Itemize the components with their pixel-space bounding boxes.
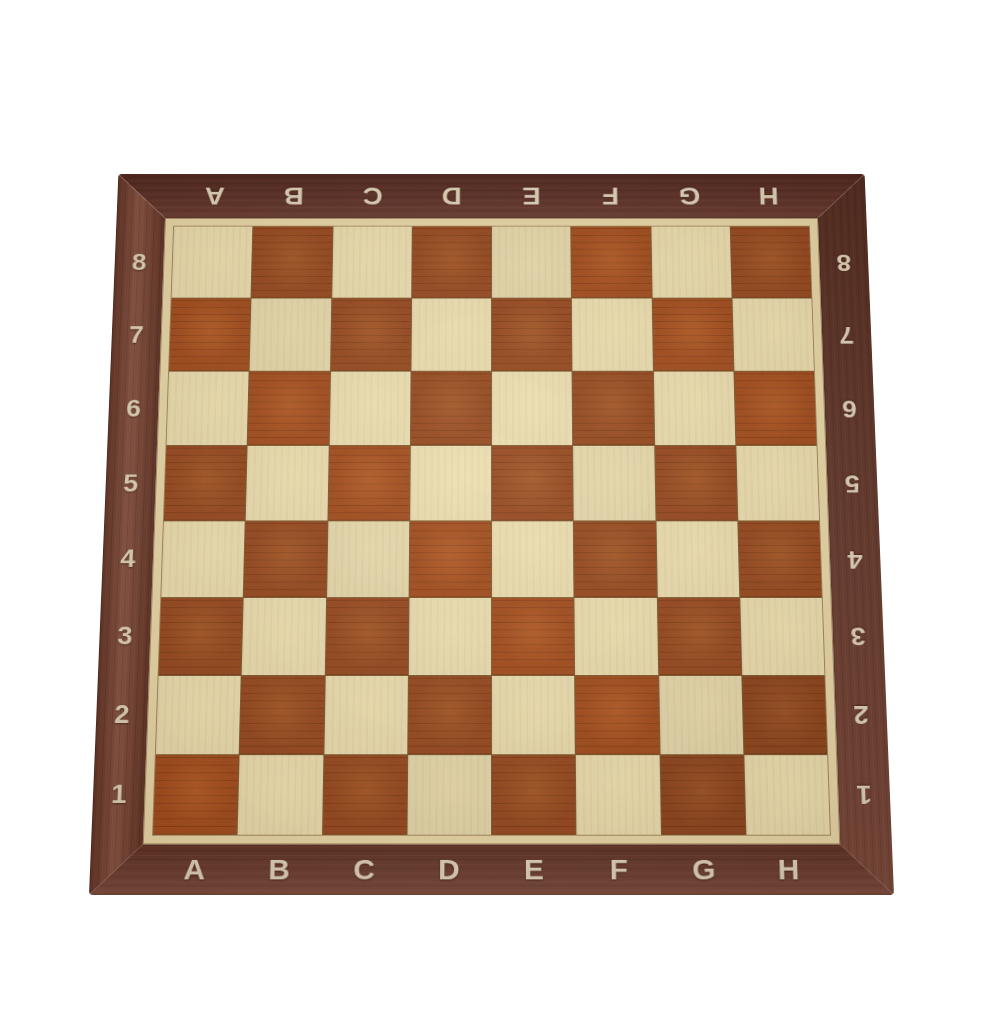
- rank-label-4: 4: [101, 521, 154, 598]
- square-h7[interactable]: [732, 299, 814, 371]
- file-label-g: G: [649, 174, 729, 218]
- photo-background: ABCDEFGH ABCDEFGH 87654321 87654321: [0, 0, 983, 1024]
- square-h8[interactable]: [730, 227, 811, 298]
- square-c2[interactable]: [324, 676, 408, 754]
- file-label-h: H: [746, 844, 832, 895]
- square-a8[interactable]: [172, 227, 253, 298]
- chess-board: ABCDEFGH ABCDEFGH 87654321 87654321: [89, 174, 894, 895]
- square-d4[interactable]: [409, 521, 491, 597]
- square-g2[interactable]: [659, 676, 743, 754]
- square-e6[interactable]: [492, 372, 572, 445]
- rank-label-7: 7: [821, 298, 873, 371]
- file-label-g: G: [661, 844, 747, 895]
- square-d6[interactable]: [411, 372, 491, 445]
- file-label-a: A: [174, 174, 254, 218]
- file-label-e: E: [492, 174, 571, 218]
- square-g5[interactable]: [655, 446, 737, 521]
- square-h5[interactable]: [736, 446, 819, 521]
- square-d8[interactable]: [412, 227, 491, 298]
- file-label-a: A: [151, 844, 237, 895]
- file-label-f: F: [576, 844, 662, 895]
- rank-label-8: 8: [818, 227, 869, 299]
- square-b5[interactable]: [246, 446, 328, 521]
- square-d1[interactable]: [407, 755, 491, 835]
- square-c7[interactable]: [331, 299, 411, 371]
- square-g4[interactable]: [656, 521, 739, 597]
- board-frame-top: ABCDEFGH: [117, 174, 867, 218]
- square-h1[interactable]: [744, 755, 830, 835]
- rank-label-3: 3: [98, 597, 152, 675]
- square-e7[interactable]: [492, 299, 572, 371]
- file-label-f: F: [570, 174, 650, 218]
- square-f1[interactable]: [576, 755, 660, 835]
- square-d5[interactable]: [410, 446, 491, 521]
- square-b6[interactable]: [248, 372, 330, 445]
- file-label-h: H: [728, 174, 808, 218]
- square-f4[interactable]: [574, 521, 656, 597]
- square-f2[interactable]: [575, 676, 659, 754]
- square-e2[interactable]: [492, 676, 575, 754]
- square-c8[interactable]: [332, 227, 412, 298]
- square-g6[interactable]: [653, 372, 735, 445]
- board-frame-bottom: ABCDEFGH: [89, 844, 894, 895]
- file-label-b: B: [254, 174, 334, 218]
- square-d3[interactable]: [409, 598, 491, 675]
- rank-label-2: 2: [95, 675, 149, 754]
- square-a1[interactable]: [153, 755, 239, 835]
- file-label-e: E: [492, 844, 577, 895]
- square-g3[interactable]: [657, 598, 741, 675]
- square-a6[interactable]: [167, 372, 249, 445]
- square-e1[interactable]: [492, 755, 576, 835]
- square-e8[interactable]: [492, 227, 571, 298]
- square-g8[interactable]: [651, 227, 731, 298]
- square-b7[interactable]: [250, 299, 331, 371]
- board-grid: [153, 227, 830, 835]
- file-labels-top: ABCDEFGH: [117, 174, 867, 218]
- square-c5[interactable]: [328, 446, 410, 521]
- square-a7[interactable]: [169, 299, 251, 371]
- square-f5[interactable]: [573, 446, 655, 521]
- square-a2[interactable]: [156, 676, 241, 754]
- square-h6[interactable]: [734, 372, 816, 445]
- rank-label-1: 1: [91, 754, 146, 834]
- square-a5[interactable]: [164, 446, 247, 521]
- rank-label-6: 6: [107, 371, 159, 445]
- square-e4[interactable]: [492, 521, 574, 597]
- square-e3[interactable]: [492, 598, 574, 675]
- rank-label-6: 6: [823, 371, 875, 445]
- square-g7[interactable]: [652, 299, 733, 371]
- square-f8[interactable]: [571, 227, 651, 298]
- square-b1[interactable]: [238, 755, 323, 835]
- square-e5[interactable]: [492, 446, 573, 521]
- square-h4[interactable]: [738, 521, 822, 597]
- square-b8[interactable]: [252, 227, 332, 298]
- square-c4[interactable]: [327, 521, 409, 597]
- square-d2[interactable]: [408, 676, 491, 754]
- file-label-d: D: [412, 174, 491, 218]
- square-f6[interactable]: [573, 372, 654, 445]
- file-label-b: B: [236, 844, 322, 895]
- file-label-d: D: [406, 844, 491, 895]
- file-label-c: C: [333, 174, 413, 218]
- square-a4[interactable]: [161, 521, 245, 597]
- square-g1[interactable]: [660, 755, 745, 835]
- square-b2[interactable]: [240, 676, 324, 754]
- rank-label-7: 7: [110, 298, 162, 371]
- square-h2[interactable]: [742, 676, 827, 754]
- square-b3[interactable]: [242, 598, 326, 675]
- rank-label-1: 1: [837, 754, 892, 834]
- square-d7[interactable]: [411, 299, 491, 371]
- rank-label-3: 3: [831, 597, 885, 675]
- file-labels-bottom: ABCDEFGH: [89, 844, 894, 895]
- square-f7[interactable]: [572, 299, 652, 371]
- square-c6[interactable]: [329, 372, 410, 445]
- rank-label-2: 2: [834, 675, 888, 754]
- rank-label-4: 4: [829, 521, 882, 598]
- square-c3[interactable]: [325, 598, 408, 675]
- rank-label-5: 5: [104, 446, 157, 521]
- square-b4[interactable]: [244, 521, 327, 597]
- file-label-c: C: [321, 844, 407, 895]
- square-a3[interactable]: [159, 598, 243, 675]
- rank-label-8: 8: [113, 227, 164, 299]
- square-f3[interactable]: [575, 598, 658, 675]
- square-c1[interactable]: [323, 755, 407, 835]
- rank-label-5: 5: [826, 446, 879, 521]
- square-h3[interactable]: [740, 598, 824, 675]
- board-margin: [143, 218, 840, 844]
